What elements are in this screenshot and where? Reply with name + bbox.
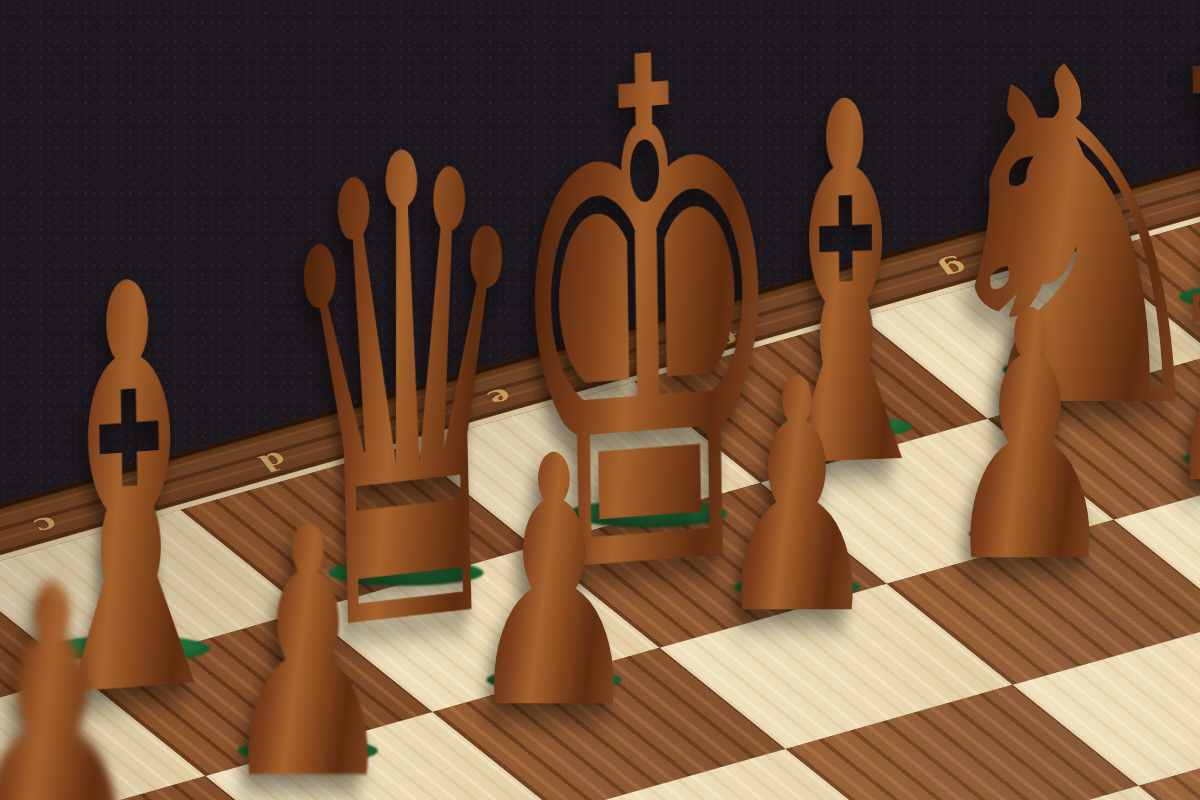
piece-pawn-e7: ♟ [714,338,881,659]
piece-pawn-b7: ♟ [0,540,152,800]
piece-pawn-f7: ♟ [941,267,1119,610]
piece-pawn-d7: ♟ [464,412,643,756]
piece-pawn-c7: ♟ [218,483,397,800]
piece-pawn-g7: ♟ [1163,223,1200,526]
chessboard-photo: cdefg ♟♝♟♛♟♚♟♝♟♞♟♜ [0,0,1200,800]
pieces-layer: ♟♝♟♛♟♚♟♝♟♞♟♜ [0,0,1200,800]
